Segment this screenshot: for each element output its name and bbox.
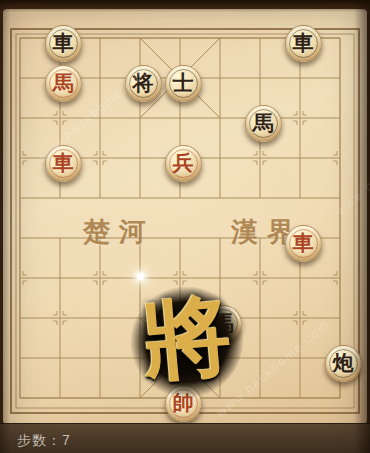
- step-counter: 步数：7: [17, 432, 71, 450]
- piece-character: 車: [293, 233, 314, 254]
- red-soldier[interactable]: 兵: [165, 145, 202, 182]
- status-bar: 步数：7: [0, 423, 370, 453]
- black-horse[interactable]: 馬: [245, 105, 282, 142]
- red-chariot[interactable]: 車: [45, 145, 82, 182]
- black-chariot[interactable]: 車: [285, 25, 322, 62]
- check-animation: 將: [130, 286, 244, 398]
- black-chariot[interactable]: 車: [45, 25, 82, 62]
- piece-character: 馬: [53, 73, 74, 94]
- piece-character: 士: [173, 73, 194, 94]
- piece-character: 兵: [173, 153, 194, 174]
- black-cannon[interactable]: 炮: [325, 345, 362, 382]
- red-horse[interactable]: 馬: [45, 65, 82, 102]
- black-general[interactable]: 将: [125, 65, 162, 102]
- piece-character: 車: [53, 153, 74, 174]
- xiangqi-app-screen: 楚河 漢界 車車馬将士馬車兵車馬炮帥 將 www.hackhome.com ww…: [0, 0, 370, 453]
- piece-character: 炮: [333, 353, 354, 374]
- check-character: 將: [139, 292, 234, 387]
- piece-character: 車: [293, 33, 314, 54]
- black-advisor[interactable]: 士: [165, 65, 202, 102]
- piece-character: 車: [53, 33, 74, 54]
- piece-character: 将: [133, 73, 154, 94]
- last-move-indicator: [137, 273, 144, 280]
- piece-character: 馬: [253, 113, 274, 134]
- xiangqi-board[interactable]: 楚河 漢界 車車馬将士馬車兵車馬炮帥 將 www.hackhome.com ww…: [3, 9, 367, 424]
- red-chariot[interactable]: 車: [285, 225, 322, 262]
